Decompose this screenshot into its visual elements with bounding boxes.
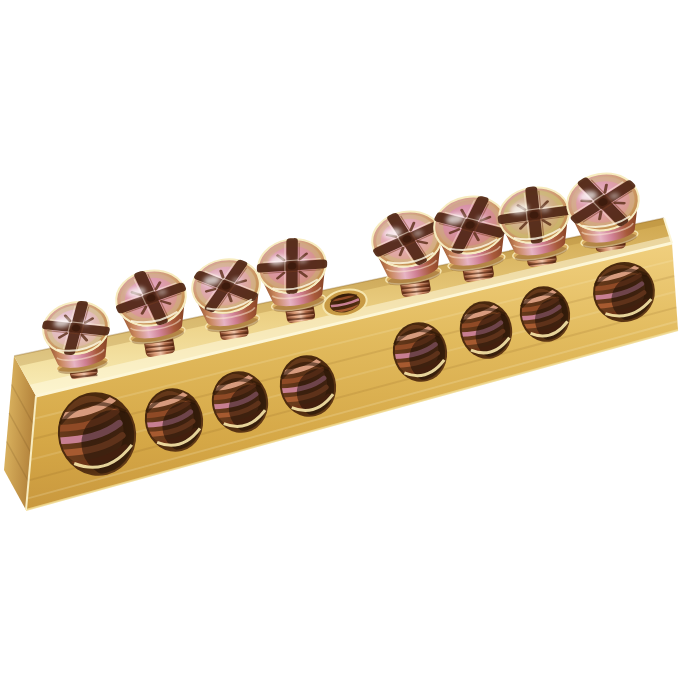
product-photo-brass-busbar <box>0 0 680 680</box>
busbar-illustration <box>0 0 680 680</box>
